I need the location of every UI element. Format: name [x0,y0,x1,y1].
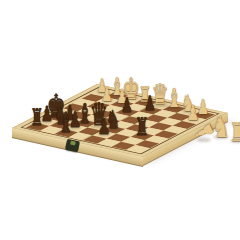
dark-pawn: ♟ [144,93,156,113]
dark-pawn: ♟ [121,94,133,114]
dark-bishop: ♝ [58,109,74,137]
pieces-layer: ♟♝♚♜♛♝♞♟♟♟♟♟♟♚♟♝♛♞♜♟♞♟♟♜♝♞♟♜ [0,0,240,240]
light-pawn: ♟ [187,102,199,123]
dark-rook: ♜ [30,106,44,130]
light-bishop: ♝ [167,87,182,113]
dark-rook: ♜ [135,115,149,140]
dark-pawn: ♟ [97,115,110,137]
light-rook-offboard: ♜ [229,119,240,145]
chess-set-product-photo: ♟♝♚♜♛♝♞♟♟♟♟♟♟♚♟♝♛♞♜♟♞♟♟♜♝♞♟♜ [0,0,240,240]
